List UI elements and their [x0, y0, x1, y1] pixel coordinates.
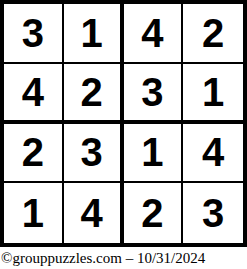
sudoku-cell-r4c4: 3	[183, 183, 243, 243]
sudoku-board: 3 1 4 2 4 2 3 1 2 3 1 4 1 4 2 3	[0, 0, 247, 247]
sudoku-cell-r3c4: 4	[183, 124, 243, 184]
sudoku-cell-r2c3: 3	[124, 64, 184, 124]
sudoku-cell-r2c2: 2	[64, 64, 124, 124]
sudoku-cell-r4c2: 4	[64, 183, 124, 243]
sudoku-cell-r3c1: 2	[4, 124, 64, 184]
sudoku-cell-r2c4: 1	[183, 64, 243, 124]
sudoku-cell-r2c1: 4	[4, 64, 64, 124]
copyright-credit: ©grouppuzzles.com – 10/31/2024	[1, 249, 246, 267]
sudoku-cell-r4c1: 1	[4, 183, 64, 243]
sudoku-cell-r1c3: 4	[124, 4, 184, 64]
sudoku-cell-r1c4: 2	[183, 4, 243, 64]
sudoku-cell-r1c1: 3	[4, 4, 64, 64]
sudoku-cell-r4c3: 2	[124, 183, 184, 243]
sudoku-page: 3 1 4 2 4 2 3 1 2 3 1 4 1 4 2 3 ©grouppu…	[0, 0, 247, 269]
sudoku-cell-r1c2: 1	[64, 4, 124, 64]
sudoku-cell-r3c3: 1	[124, 124, 184, 184]
sudoku-cell-r3c2: 3	[64, 124, 124, 184]
